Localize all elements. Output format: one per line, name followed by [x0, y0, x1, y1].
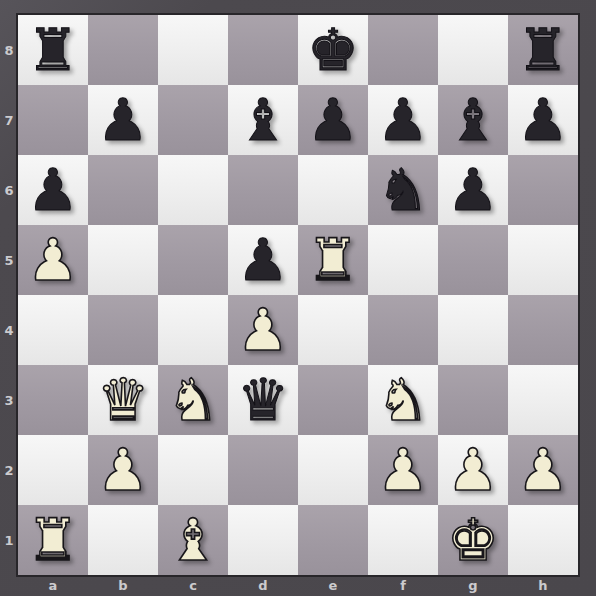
file-label-f: f	[368, 575, 438, 596]
square-e1[interactable]	[298, 505, 368, 575]
square-c3[interactable]: ♞	[158, 365, 228, 435]
square-f8[interactable]	[368, 15, 438, 85]
white-rook-e5[interactable]: ♜	[307, 225, 359, 295]
file-label-e: e	[298, 575, 368, 596]
white-rook-a1[interactable]: ♜	[27, 505, 79, 575]
square-c2[interactable]	[158, 435, 228, 505]
square-a1[interactable]: ♜	[18, 505, 88, 575]
white-pawn-f2[interactable]: ♟	[377, 435, 429, 505]
rank-label-5: 5	[0, 225, 18, 295]
square-b3[interactable]: ♛	[88, 365, 158, 435]
square-h4[interactable]	[508, 295, 578, 365]
square-e6[interactable]	[298, 155, 368, 225]
black-pawn-f7[interactable]: ♟	[377, 85, 429, 155]
rank-label-7: 7	[0, 85, 18, 155]
square-d3[interactable]: ♛	[228, 365, 298, 435]
square-f5[interactable]	[368, 225, 438, 295]
square-g8[interactable]	[438, 15, 508, 85]
square-a3[interactable]	[18, 365, 88, 435]
rank-label-2: 2	[0, 435, 18, 505]
square-h3[interactable]	[508, 365, 578, 435]
black-rook-a8[interactable]: ♜	[27, 15, 79, 85]
square-c6[interactable]	[158, 155, 228, 225]
white-queen-b3[interactable]: ♛	[97, 365, 149, 435]
white-bishop-c1[interactable]: ♝	[167, 505, 219, 575]
square-b1[interactable]	[88, 505, 158, 575]
square-c4[interactable]	[158, 295, 228, 365]
file-label-b: b	[88, 575, 158, 596]
black-pawn-b7[interactable]: ♟	[97, 85, 149, 155]
square-e7[interactable]: ♟	[298, 85, 368, 155]
file-label-d: d	[228, 575, 298, 596]
square-e5[interactable]: ♜	[298, 225, 368, 295]
square-f3[interactable]: ♞	[368, 365, 438, 435]
square-h5[interactable]	[508, 225, 578, 295]
square-f4[interactable]	[368, 295, 438, 365]
square-d6[interactable]	[228, 155, 298, 225]
square-a6[interactable]: ♟	[18, 155, 88, 225]
square-b4[interactable]	[88, 295, 158, 365]
square-h6[interactable]	[508, 155, 578, 225]
square-f7[interactable]: ♟	[368, 85, 438, 155]
square-f1[interactable]	[368, 505, 438, 575]
square-b8[interactable]	[88, 15, 158, 85]
black-pawn-g6[interactable]: ♟	[447, 155, 499, 225]
square-d8[interactable]	[228, 15, 298, 85]
white-pawn-d4[interactable]: ♟	[237, 295, 289, 365]
square-e8[interactable]: ♚	[298, 15, 368, 85]
square-c8[interactable]	[158, 15, 228, 85]
square-h8[interactable]: ♜	[508, 15, 578, 85]
square-h1[interactable]	[508, 505, 578, 575]
square-d7[interactable]: ♝	[228, 85, 298, 155]
rank-label-6: 6	[0, 155, 18, 225]
file-label-h: h	[508, 575, 578, 596]
square-g6[interactable]: ♟	[438, 155, 508, 225]
square-h7[interactable]: ♟	[508, 85, 578, 155]
square-b7[interactable]: ♟	[88, 85, 158, 155]
square-g1[interactable]: ♚	[438, 505, 508, 575]
file-label-a: a	[18, 575, 88, 596]
square-e2[interactable]	[298, 435, 368, 505]
square-g3[interactable]	[438, 365, 508, 435]
black-pawn-a6[interactable]: ♟	[27, 155, 79, 225]
rank-label-1: 1	[0, 505, 18, 575]
square-c1[interactable]: ♝	[158, 505, 228, 575]
rank-label-8: 8	[0, 15, 18, 85]
square-g7[interactable]: ♝	[438, 85, 508, 155]
square-c5[interactable]	[158, 225, 228, 295]
black-queen-d3[interactable]: ♛	[237, 365, 289, 435]
square-d5[interactable]: ♟	[228, 225, 298, 295]
square-b2[interactable]: ♟	[88, 435, 158, 505]
square-d1[interactable]	[228, 505, 298, 575]
black-bishop-g7[interactable]: ♝	[447, 85, 499, 155]
black-pawn-d5[interactable]: ♟	[237, 225, 289, 295]
file-labels: abcdefgh	[18, 575, 578, 596]
rank-labels: 87654321	[0, 15, 18, 575]
square-g4[interactable]	[438, 295, 508, 365]
white-pawn-g2[interactable]: ♟	[447, 435, 499, 505]
square-d4[interactable]: ♟	[228, 295, 298, 365]
square-e3[interactable]	[298, 365, 368, 435]
square-b6[interactable]	[88, 155, 158, 225]
white-pawn-a5[interactable]: ♟	[27, 225, 79, 295]
file-label-g: g	[438, 575, 508, 596]
square-a2[interactable]	[18, 435, 88, 505]
white-pawn-h2[interactable]: ♟	[517, 435, 569, 505]
square-a8[interactable]: ♜	[18, 15, 88, 85]
file-label-c: c	[158, 575, 228, 596]
chess-board: ♜♚♜♟♝♟♟♝♟♟♞♟♟♟♜♟♛♞♛♞♟♟♟♟♜♝♚	[18, 15, 578, 575]
rank-label-3: 3	[0, 365, 18, 435]
black-pawn-e7[interactable]: ♟	[307, 85, 359, 155]
square-d2[interactable]	[228, 435, 298, 505]
chessboard-panel: 87654321 abcdefgh ♜♚♜♟♝♟♟♝♟♟♞♟♟♟♜♟♛♞♛♞♟♟…	[0, 0, 596, 596]
black-bishop-d7[interactable]: ♝	[237, 85, 289, 155]
square-f6[interactable]: ♞	[368, 155, 438, 225]
square-h2[interactable]: ♟	[508, 435, 578, 505]
square-f2[interactable]: ♟	[368, 435, 438, 505]
square-c7[interactable]	[158, 85, 228, 155]
square-e4[interactable]	[298, 295, 368, 365]
white-king-g1[interactable]: ♚	[447, 505, 499, 575]
black-king-e8[interactable]: ♚	[307, 15, 359, 85]
square-g5[interactable]	[438, 225, 508, 295]
square-b5[interactable]	[88, 225, 158, 295]
black-pawn-h7[interactable]: ♟	[517, 85, 569, 155]
white-pawn-b2[interactable]: ♟	[97, 435, 149, 505]
square-a5[interactable]: ♟	[18, 225, 88, 295]
black-knight-f6[interactable]: ♞	[377, 155, 429, 225]
square-a4[interactable]	[18, 295, 88, 365]
white-knight-c3[interactable]: ♞	[167, 365, 219, 435]
square-g2[interactable]: ♟	[438, 435, 508, 505]
square-a7[interactable]	[18, 85, 88, 155]
rank-label-4: 4	[0, 295, 18, 365]
black-rook-h8[interactable]: ♜	[517, 15, 569, 85]
white-knight-f3[interactable]: ♞	[377, 365, 429, 435]
